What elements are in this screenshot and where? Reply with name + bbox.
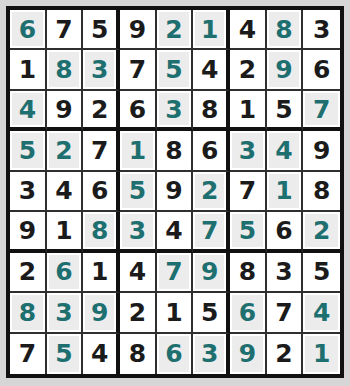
sudoku-cell-r7c5[interactable]: 7	[157, 253, 194, 293]
sudoku-cell-r3c5[interactable]: 3	[157, 91, 194, 131]
sudoku-board: 6759214831837542964926381575271863493465…	[6, 6, 344, 378]
sudoku-cell-r5c9[interactable]: 8	[303, 172, 340, 212]
sudoku-cell-r4c9[interactable]: 9	[303, 131, 340, 171]
sudoku-cell-r9c4[interactable]: 8	[120, 334, 157, 374]
sudoku-cell-r9c1[interactable]: 7	[10, 334, 47, 374]
sudoku-cell-r3c8[interactable]: 5	[267, 91, 304, 131]
sudoku-cell-r2c9[interactable]: 6	[303, 50, 340, 90]
sudoku-cell-r4c7[interactable]: 3	[230, 131, 267, 171]
sudoku-cell-r9c5[interactable]: 6	[157, 334, 194, 374]
sudoku-cell-r2c7[interactable]: 2	[230, 50, 267, 90]
sudoku-cell-r6c6[interactable]: 7	[193, 212, 230, 252]
sudoku-cell-r6c8[interactable]: 6	[267, 212, 304, 252]
sudoku-cell-r7c9[interactable]: 5	[303, 253, 340, 293]
sudoku-cell-r9c8[interactable]: 2	[267, 334, 304, 374]
sudoku-cell-r5c4[interactable]: 5	[120, 172, 157, 212]
sudoku-cell-r7c4[interactable]: 4	[120, 253, 157, 293]
sudoku-cell-r7c2[interactable]: 6	[47, 253, 84, 293]
sudoku-cell-r5c7[interactable]: 7	[230, 172, 267, 212]
sudoku-cell-r7c3[interactable]: 1	[83, 253, 120, 293]
sudoku-cell-r4c2[interactable]: 2	[47, 131, 84, 171]
sudoku-cell-r6c1[interactable]: 9	[10, 212, 47, 252]
sudoku-cell-r2c8[interactable]: 9	[267, 50, 304, 90]
sudoku-cell-r2c1[interactable]: 1	[10, 50, 47, 90]
sudoku-cell-r9c9[interactable]: 1	[303, 334, 340, 374]
sudoku-cell-r8c7[interactable]: 6	[230, 293, 267, 333]
sudoku-cell-r1c5[interactable]: 2	[157, 10, 194, 50]
sudoku-cell-r3c3[interactable]: 2	[83, 91, 120, 131]
sudoku-cell-r9c2[interactable]: 5	[47, 334, 84, 374]
sudoku-cell-r7c6[interactable]: 9	[193, 253, 230, 293]
sudoku-cell-r1c6[interactable]: 1	[193, 10, 230, 50]
sudoku-cell-r7c8[interactable]: 3	[267, 253, 304, 293]
sudoku-cell-r1c7[interactable]: 4	[230, 10, 267, 50]
sudoku-cell-r6c7[interactable]: 5	[230, 212, 267, 252]
sudoku-page: 6759214831837542964926381575271863493465…	[0, 0, 350, 386]
sudoku-cell-r3c2[interactable]: 9	[47, 91, 84, 131]
sudoku-cell-r6c9[interactable]: 2	[303, 212, 340, 252]
sudoku-cell-r1c2[interactable]: 7	[47, 10, 84, 50]
sudoku-cell-r2c4[interactable]: 7	[120, 50, 157, 90]
sudoku-cell-r2c2[interactable]: 8	[47, 50, 84, 90]
sudoku-cell-r6c5[interactable]: 4	[157, 212, 194, 252]
sudoku-cell-r3c9[interactable]: 7	[303, 91, 340, 131]
sudoku-cell-r8c9[interactable]: 4	[303, 293, 340, 333]
sudoku-cell-r9c3[interactable]: 4	[83, 334, 120, 374]
sudoku-cell-r2c3[interactable]: 3	[83, 50, 120, 90]
sudoku-cell-r5c6[interactable]: 2	[193, 172, 230, 212]
sudoku-cell-r9c7[interactable]: 9	[230, 334, 267, 374]
sudoku-cell-r5c1[interactable]: 3	[10, 172, 47, 212]
sudoku-cell-r9c6[interactable]: 3	[193, 334, 230, 374]
sudoku-cell-r2c5[interactable]: 5	[157, 50, 194, 90]
sudoku-cell-r6c2[interactable]: 1	[47, 212, 84, 252]
sudoku-cell-r4c1[interactable]: 5	[10, 131, 47, 171]
sudoku-cell-r3c4[interactable]: 6	[120, 91, 157, 131]
sudoku-cell-r6c4[interactable]: 3	[120, 212, 157, 252]
sudoku-cell-r4c8[interactable]: 4	[267, 131, 304, 171]
sudoku-cell-r5c8[interactable]: 1	[267, 172, 304, 212]
sudoku-cell-r4c5[interactable]: 8	[157, 131, 194, 171]
sudoku-cell-r5c3[interactable]: 6	[83, 172, 120, 212]
sudoku-cell-r1c3[interactable]: 5	[83, 10, 120, 50]
sudoku-cell-r8c5[interactable]: 1	[157, 293, 194, 333]
sudoku-cell-r7c7[interactable]: 8	[230, 253, 267, 293]
sudoku-cell-r3c7[interactable]: 1	[230, 91, 267, 131]
sudoku-cell-r4c4[interactable]: 1	[120, 131, 157, 171]
sudoku-cell-r3c6[interactable]: 8	[193, 91, 230, 131]
sudoku-cell-r4c3[interactable]: 7	[83, 131, 120, 171]
sudoku-cell-r8c6[interactable]: 5	[193, 293, 230, 333]
sudoku-cell-r7c1[interactable]: 2	[10, 253, 47, 293]
sudoku-cell-r3c1[interactable]: 4	[10, 91, 47, 131]
sudoku-cell-r1c9[interactable]: 3	[303, 10, 340, 50]
sudoku-cell-r5c5[interactable]: 9	[157, 172, 194, 212]
sudoku-cell-r8c2[interactable]: 3	[47, 293, 84, 333]
sudoku-cell-r1c4[interactable]: 9	[120, 10, 157, 50]
sudoku-cell-r1c1[interactable]: 6	[10, 10, 47, 50]
sudoku-cell-r4c6[interactable]: 6	[193, 131, 230, 171]
sudoku-cell-r8c4[interactable]: 2	[120, 293, 157, 333]
sudoku-cell-r5c2[interactable]: 4	[47, 172, 84, 212]
sudoku-cell-r6c3[interactable]: 8	[83, 212, 120, 252]
sudoku-cell-r1c8[interactable]: 8	[267, 10, 304, 50]
sudoku-cell-r8c1[interactable]: 8	[10, 293, 47, 333]
sudoku-cell-r2c6[interactable]: 4	[193, 50, 230, 90]
sudoku-cell-r8c3[interactable]: 9	[83, 293, 120, 333]
sudoku-cell-r8c8[interactable]: 7	[267, 293, 304, 333]
